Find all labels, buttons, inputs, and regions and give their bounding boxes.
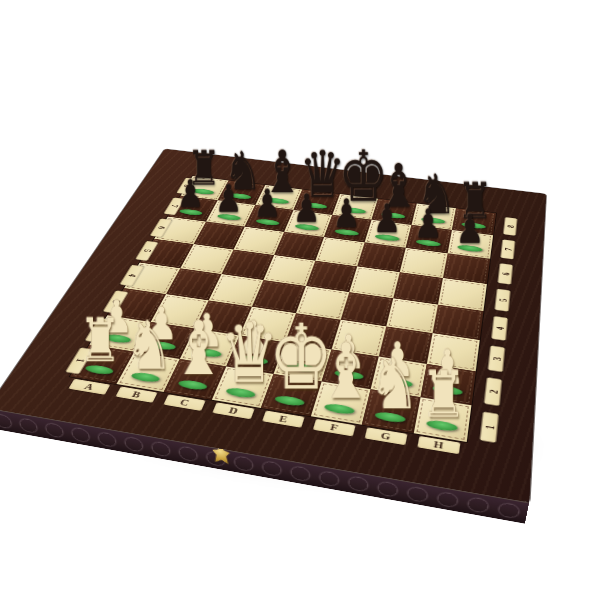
piece-black-pawn[interactable]: ♟ [453,210,486,250]
square-h7[interactable]: ♟ [448,230,493,259]
piece-black-pawn[interactable]: ♟ [411,204,444,244]
piece-white-king[interactable]: ♚ [269,312,310,402]
square-b4[interactable] [166,268,221,300]
piece-white-rook[interactable]: ♜ [421,363,463,427]
rank-label-cell: 5 [483,284,521,316]
brass-latch-icon [212,445,231,465]
rank-label: 7 [501,239,515,259]
piece-black-pawn[interactable]: ♟ [330,194,363,233]
piece-white-knight[interactable]: ♞ [369,348,410,419]
right-rail [525,194,546,524]
rank-label: 8 [503,217,517,236]
file-label: D [212,402,254,419]
rank-label-cell: 1 [467,405,512,449]
rank-label-cell: 7 [490,235,525,263]
square-g4[interactable] [386,298,438,333]
rank-label-cell: 3 [476,340,517,377]
piece-white-bishop[interactable]: ♝ [172,312,212,387]
piece-white-bishop[interactable]: ♝ [318,334,359,411]
rank-label: 3 [488,345,505,372]
square-g7[interactable]: ♟ [406,225,452,253]
rank-label: 6 [498,263,513,284]
square-c1[interactable]: ♝ [164,359,227,400]
rank-label: 4 [120,265,144,286]
rank-label: 1 [480,411,499,442]
rank-label: 6 [150,218,172,237]
piece-white-rook[interactable]: ♜ [79,311,118,371]
rank-label: 5 [495,288,511,311]
product-photo-scene: ♜♞♝♛♚♝♞♜♟♟♟♟♟♟♟♟♟♟♟♟♟♟♟♟♜♞♝♛♚♝♞♜ ABCDEFG… [0,0,600,600]
piece-black-pawn[interactable]: ♟ [251,185,283,223]
rank-label: 4 [491,316,507,341]
piece-white-queen[interactable]: ♛ [220,312,260,394]
piece-black-pawn[interactable]: ♟ [290,190,322,229]
piece-black-pawn[interactable]: ♟ [370,199,403,238]
square-d5[interactable] [263,255,315,286]
rank-label: 2 [484,377,502,406]
file-label: C [163,394,205,411]
square-h4[interactable] [433,305,484,340]
square-f7[interactable]: ♟ [365,220,412,248]
square-c7[interactable]: ♟ [245,205,294,232]
piece-white-knight[interactable]: ♞ [125,311,165,378]
file-label: A [68,379,110,395]
playing-field: ♜♞♝♛♚♝♞♜♟♟♟♟♟♟♟♟♟♟♟♟♟♟♟♟♜♞♝♛♚♝♞♜ [70,176,496,442]
piece-black-pawn[interactable]: ♟ [212,180,244,218]
rank-label-cell: 4 [480,311,519,345]
